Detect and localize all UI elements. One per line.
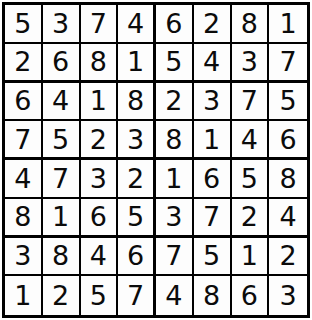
sudoku-board-wrapper: 5374628126815437641823757523814647321658… (2, 2, 310, 318)
cell-r5c4[interactable]: 2 (118, 160, 156, 199)
cell-r2c2[interactable]: 6 (43, 44, 81, 83)
cell-r6c6[interactable]: 7 (194, 199, 232, 238)
cell-r2c8[interactable]: 7 (269, 44, 307, 83)
cell-r2c5[interactable]: 5 (156, 44, 194, 83)
cell-r7c1[interactable]: 3 (5, 238, 43, 277)
cell-r4c6[interactable]: 1 (194, 121, 232, 160)
cell-r4c2[interactable]: 5 (43, 121, 81, 160)
cell-r2c1[interactable]: 2 (5, 44, 43, 83)
cell-r3c5[interactable]: 2 (156, 83, 194, 122)
cell-r4c8[interactable]: 6 (269, 121, 307, 160)
cell-r2c3[interactable]: 8 (81, 44, 119, 83)
cell-r4c3[interactable]: 2 (81, 121, 119, 160)
cell-r8c4[interactable]: 7 (118, 276, 156, 315)
cell-r1c3[interactable]: 7 (81, 5, 119, 44)
cell-r5c2[interactable]: 7 (43, 160, 81, 199)
cell-r1c5[interactable]: 6 (156, 5, 194, 44)
cell-r7c8[interactable]: 2 (269, 238, 307, 277)
cell-r5c7[interactable]: 5 (232, 160, 270, 199)
cell-r3c1[interactable]: 6 (5, 83, 43, 122)
cell-r8c1[interactable]: 1 (5, 276, 43, 315)
cell-r7c6[interactable]: 5 (194, 238, 232, 277)
cell-r3c8[interactable]: 5 (269, 83, 307, 122)
cell-r4c1[interactable]: 7 (5, 121, 43, 160)
cell-r4c7[interactable]: 4 (232, 121, 270, 160)
cell-r7c7[interactable]: 1 (232, 238, 270, 277)
cell-r3c7[interactable]: 7 (232, 83, 270, 122)
cell-r3c2[interactable]: 4 (43, 83, 81, 122)
cell-r8c3[interactable]: 5 (81, 276, 119, 315)
cell-r6c4[interactable]: 5 (118, 199, 156, 238)
cell-r3c6[interactable]: 3 (194, 83, 232, 122)
cell-r8c7[interactable]: 6 (232, 276, 270, 315)
cell-r6c5[interactable]: 3 (156, 199, 194, 238)
cell-r6c2[interactable]: 1 (43, 199, 81, 238)
cell-r8c5[interactable]: 4 (156, 276, 194, 315)
cell-r6c8[interactable]: 4 (269, 199, 307, 238)
cell-r2c7[interactable]: 3 (232, 44, 270, 83)
cell-r8c8[interactable]: 3 (269, 276, 307, 315)
cell-r6c1[interactable]: 8 (5, 199, 43, 238)
cell-r6c3[interactable]: 6 (81, 199, 119, 238)
cell-r1c4[interactable]: 4 (118, 5, 156, 44)
cell-r1c8[interactable]: 1 (269, 5, 307, 44)
cell-r1c2[interactable]: 3 (43, 5, 81, 44)
cell-r7c3[interactable]: 4 (81, 238, 119, 277)
cell-r8c2[interactable]: 2 (43, 276, 81, 315)
cell-r3c3[interactable]: 1 (81, 83, 119, 122)
cell-r3c4[interactable]: 8 (118, 83, 156, 122)
cell-r5c3[interactable]: 3 (81, 160, 119, 199)
cell-r5c5[interactable]: 1 (156, 160, 194, 199)
cell-r4c4[interactable]: 3 (118, 121, 156, 160)
cell-r2c4[interactable]: 1 (118, 44, 156, 83)
cell-r5c1[interactable]: 4 (5, 160, 43, 199)
cell-r7c2[interactable]: 8 (43, 238, 81, 277)
cell-r8c6[interactable]: 8 (194, 276, 232, 315)
cell-r4c5[interactable]: 8 (156, 121, 194, 160)
cell-r1c1[interactable]: 5 (5, 5, 43, 44)
cell-r5c6[interactable]: 6 (194, 160, 232, 199)
cell-r6c7[interactable]: 2 (232, 199, 270, 238)
cell-r5c8[interactable]: 8 (269, 160, 307, 199)
cell-r1c7[interactable]: 8 (232, 5, 270, 44)
cell-r7c4[interactable]: 6 (118, 238, 156, 277)
sudoku-board: 5374628126815437641823757523814647321658… (2, 2, 310, 318)
cell-r1c6[interactable]: 2 (194, 5, 232, 44)
cell-r2c6[interactable]: 4 (194, 44, 232, 83)
cell-r7c5[interactable]: 7 (156, 238, 194, 277)
